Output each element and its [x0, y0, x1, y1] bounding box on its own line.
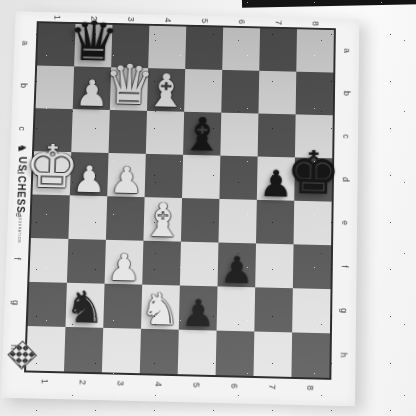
- square-e5[interactable]: [181, 198, 219, 242]
- rank-label-bottom-2: 2: [77, 378, 86, 387]
- square-h1[interactable]: [26, 326, 65, 371]
- square-g1[interactable]: [28, 282, 67, 327]
- square-d1[interactable]: ♚: [32, 151, 71, 195]
- square-g5[interactable]: ♟: [179, 286, 218, 331]
- file-label-left-d: d: [15, 167, 24, 176]
- square-e3[interactable]: [106, 196, 145, 240]
- file-label-right-g: g: [339, 306, 348, 315]
- square-f7[interactable]: [255, 243, 293, 288]
- rank-label-bottom-8: 8: [305, 383, 314, 392]
- file-label-right-e: e: [340, 218, 349, 227]
- square-a8[interactable]: [296, 29, 334, 72]
- square-f6[interactable]: ♟: [218, 243, 256, 288]
- square-g2[interactable]: ♞: [65, 283, 104, 328]
- piece-black-bishop-c5[interactable]: ♝: [181, 111, 224, 158]
- square-e4[interactable]: ♝: [143, 197, 182, 241]
- square-b8[interactable]: [296, 72, 334, 116]
- rank-label-top-5: 5: [200, 17, 209, 26]
- piece-black-pawn-f6[interactable]: ♟: [219, 251, 253, 289]
- square-e6[interactable]: [218, 199, 256, 243]
- rank-label-bottom-4: 4: [153, 380, 162, 389]
- square-b7[interactable]: [258, 71, 296, 115]
- square-h5[interactable]: [178, 330, 217, 375]
- rank-label-top-2: 2: [89, 14, 98, 23]
- square-h4[interactable]: [140, 329, 179, 374]
- file-label-right-a: a: [342, 46, 351, 55]
- square-f3[interactable]: ♟: [105, 240, 144, 285]
- square-h6[interactable]: [216, 331, 255, 376]
- file-label-left-b: b: [19, 81, 28, 90]
- rank-label-top-8: 8: [311, 19, 320, 28]
- photo-stage: ♛♟♛♝♝♚♟♟♟♚♝♟♟♞♞♟ ♞ US CHESS FEDERATION 1…: [0, 0, 416, 416]
- rank-label-bottom-7: 7: [267, 382, 276, 391]
- square-f5[interactable]: [180, 242, 219, 287]
- square-b3[interactable]: ♛: [110, 67, 148, 111]
- square-b5[interactable]: [184, 69, 222, 113]
- square-c5[interactable]: ♝: [183, 112, 221, 156]
- square-a7[interactable]: [259, 28, 297, 71]
- file-label-left-h: h: [9, 342, 18, 351]
- square-h2[interactable]: [64, 327, 103, 372]
- square-f8[interactable]: [293, 244, 331, 289]
- rank-label-top-3: 3: [126, 15, 135, 24]
- table-edge-strip: [242, 0, 416, 8]
- file-label-left-a: a: [20, 39, 29, 48]
- piece-white-bishop-e4[interactable]: ♝: [141, 196, 185, 244]
- file-label-left-e: e: [14, 210, 23, 219]
- piece-black-knight-g2[interactable]: ♞: [64, 285, 105, 330]
- rank-label-top-6: 6: [237, 17, 246, 26]
- file-label-right-c: c: [341, 132, 350, 141]
- piece-white-pawn-d3[interactable]: ♟: [109, 162, 144, 199]
- file-label-right-h: h: [339, 350, 348, 359]
- rank-label-top-7: 7: [274, 18, 283, 27]
- board-grid: ♛♟♛♝♝♚♟♟♟♚♝♟♟♞♞♟: [26, 23, 334, 378]
- square-h3[interactable]: [102, 328, 141, 373]
- rank-label-bottom-1: 1: [40, 377, 49, 386]
- square-h7[interactable]: [254, 332, 293, 377]
- square-d2[interactable]: ♟: [70, 152, 109, 196]
- square-f1[interactable]: [29, 238, 68, 283]
- file-label-left-g: g: [11, 298, 20, 307]
- square-b4[interactable]: ♝: [147, 68, 185, 112]
- uschess-logo-subtext: FEDERATION: [17, 216, 22, 244]
- square-d8[interactable]: ♚: [294, 157, 332, 201]
- file-label-left-f: f: [12, 254, 21, 263]
- square-g8[interactable]: [292, 288, 330, 333]
- rank-label-bottom-6: 6: [229, 381, 238, 390]
- square-d4[interactable]: [145, 154, 183, 198]
- file-label-right-b: b: [342, 89, 351, 98]
- piece-white-pawn-d2[interactable]: ♟: [72, 161, 107, 198]
- square-g3[interactable]: [103, 284, 142, 329]
- square-a6[interactable]: [222, 27, 260, 70]
- square-a5[interactable]: [185, 27, 223, 70]
- file-label-right-f: f: [340, 262, 349, 271]
- rank-label-bottom-3: 3: [115, 379, 124, 388]
- rank-label-top-1: 1: [52, 13, 61, 22]
- piece-black-pawn-g5[interactable]: ♟: [181, 294, 216, 332]
- rank-label-top-4: 4: [163, 16, 172, 25]
- uschess-logo-text: US CHESS: [15, 157, 28, 214]
- file-label-left-c: c: [17, 124, 26, 133]
- board: ♛♟♛♝♝♚♟♟♟♚♝♟♟♞♞♟ ♞ US CHESS FEDERATION 1…: [1, 11, 359, 406]
- square-g4[interactable]: ♞: [141, 285, 180, 330]
- square-h8[interactable]: [291, 332, 330, 377]
- uschess-knight-icon: ♞: [16, 144, 29, 154]
- piece-white-knight-g4[interactable]: ♞: [140, 287, 181, 332]
- uschess-logo: ♞ US CHESS FEDERATION: [7, 142, 34, 243]
- square-d3[interactable]: ♟: [107, 153, 146, 197]
- piece-white-pawn-f3[interactable]: ♟: [106, 249, 141, 287]
- piece-black-king-d8[interactable]: ♚: [286, 143, 341, 204]
- file-label-right-d: d: [341, 175, 350, 184]
- square-b6[interactable]: [221, 70, 259, 114]
- square-f4[interactable]: [142, 241, 181, 286]
- square-d5[interactable]: [182, 155, 220, 199]
- square-g7[interactable]: [254, 287, 292, 332]
- square-f2[interactable]: [67, 239, 106, 284]
- square-g6[interactable]: [217, 286, 256, 331]
- rank-label-bottom-5: 5: [191, 380, 200, 389]
- square-d6[interactable]: [219, 156, 257, 200]
- square-c6[interactable]: [220, 113, 258, 157]
